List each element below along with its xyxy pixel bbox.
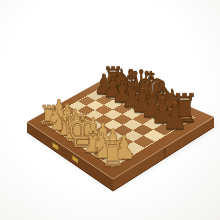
- chess-set-photo: ♜♞♟♝♟♛♟♚♟♝♟♞♟♟♜♟♟♜♟♟♞♟♝♟♛♟♚♝♟♞♟♜: [0, 0, 220, 220]
